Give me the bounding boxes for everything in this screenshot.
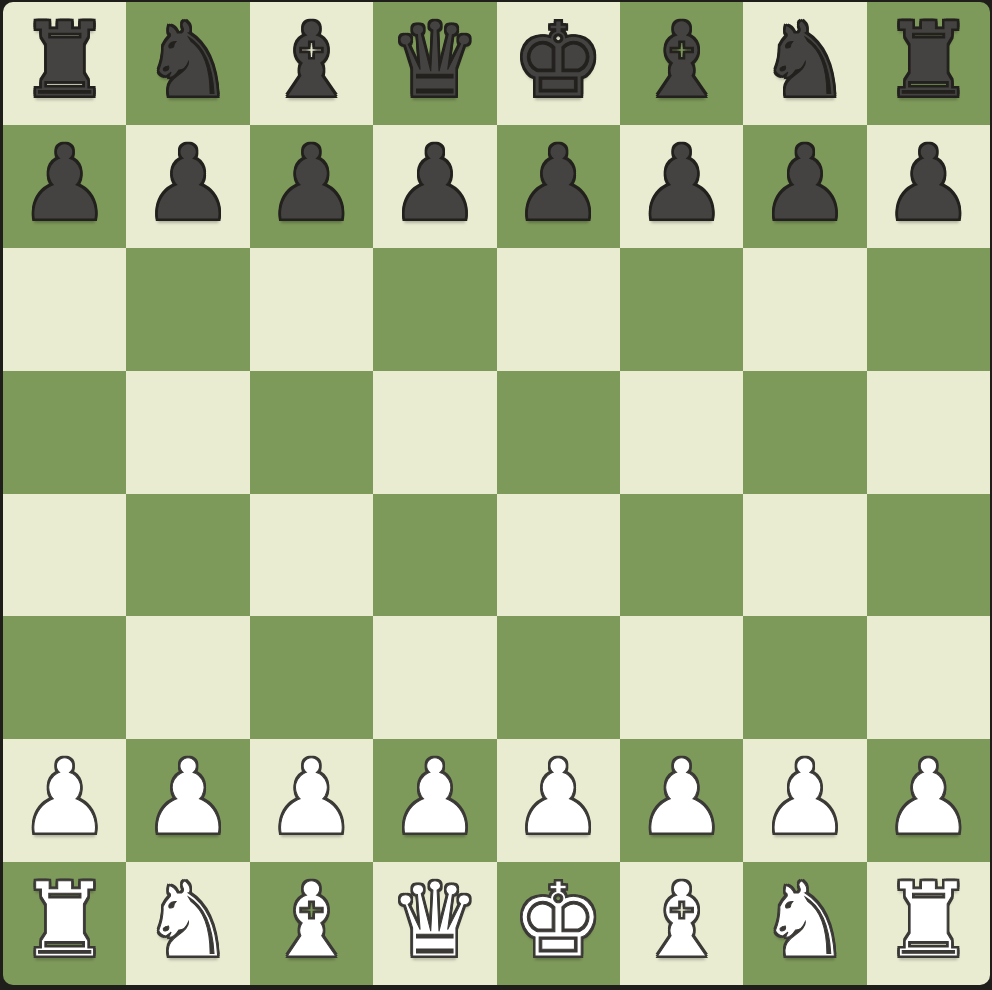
white-pawn[interactable]: ♟ xyxy=(512,746,604,849)
white-knight[interactable]: ♞ xyxy=(759,869,851,972)
square-f7[interactable]: ♟ xyxy=(620,125,743,248)
square-h7[interactable]: ♟ xyxy=(867,125,990,248)
black-pawn[interactable]: ♟ xyxy=(19,132,111,235)
square-e5[interactable] xyxy=(497,371,620,494)
square-g5[interactable] xyxy=(743,371,866,494)
chess-board: ♜♞♝♛♚♝♞♜♟♟♟♟♟♟♟♟♟♟♟♟♟♟♟♟♜♞♝♛♚♝♞♜ xyxy=(3,2,990,985)
square-d1[interactable]: ♛ xyxy=(373,862,496,985)
square-e6[interactable] xyxy=(497,248,620,371)
white-pawn[interactable]: ♟ xyxy=(142,746,234,849)
square-g6[interactable] xyxy=(743,248,866,371)
black-king[interactable]: ♚ xyxy=(512,9,604,112)
black-pawn[interactable]: ♟ xyxy=(635,132,727,235)
black-pawn[interactable]: ♟ xyxy=(882,132,974,235)
square-a5[interactable] xyxy=(3,371,126,494)
square-f2[interactable]: ♟ xyxy=(620,739,743,862)
square-b3[interactable] xyxy=(126,616,249,739)
white-pawn[interactable]: ♟ xyxy=(389,746,481,849)
white-knight[interactable]: ♞ xyxy=(142,869,234,972)
white-pawn[interactable]: ♟ xyxy=(882,746,974,849)
square-c4[interactable] xyxy=(250,494,373,617)
square-g8[interactable]: ♞ xyxy=(743,2,866,125)
square-d6[interactable] xyxy=(373,248,496,371)
square-h2[interactable]: ♟ xyxy=(867,739,990,862)
square-e1[interactable]: ♚ xyxy=(497,862,620,985)
square-e3[interactable] xyxy=(497,616,620,739)
square-d4[interactable] xyxy=(373,494,496,617)
square-f1[interactable]: ♝ xyxy=(620,862,743,985)
square-e4[interactable] xyxy=(497,494,620,617)
square-a7[interactable]: ♟ xyxy=(3,125,126,248)
square-h3[interactable] xyxy=(867,616,990,739)
square-b2[interactable]: ♟ xyxy=(126,739,249,862)
white-pawn[interactable]: ♟ xyxy=(759,746,851,849)
black-bishop[interactable]: ♝ xyxy=(265,9,357,112)
square-f3[interactable] xyxy=(620,616,743,739)
square-d7[interactable]: ♟ xyxy=(373,125,496,248)
square-c2[interactable]: ♟ xyxy=(250,739,373,862)
white-bishop[interactable]: ♝ xyxy=(635,869,727,972)
white-pawn[interactable]: ♟ xyxy=(265,746,357,849)
square-c7[interactable]: ♟ xyxy=(250,125,373,248)
white-rook[interactable]: ♜ xyxy=(19,869,111,972)
chess-app-stage: ♜♞♝♛♚♝♞♜♟♟♟♟♟♟♟♟♟♟♟♟♟♟♟♟♜♞♝♛♚♝♞♜ xyxy=(0,0,992,990)
square-g1[interactable]: ♞ xyxy=(743,862,866,985)
square-c3[interactable] xyxy=(250,616,373,739)
square-a3[interactable] xyxy=(3,616,126,739)
square-g7[interactable]: ♟ xyxy=(743,125,866,248)
square-e2[interactable]: ♟ xyxy=(497,739,620,862)
square-c5[interactable] xyxy=(250,371,373,494)
square-b7[interactable]: ♟ xyxy=(126,125,249,248)
square-a8[interactable]: ♜ xyxy=(3,2,126,125)
square-a4[interactable] xyxy=(3,494,126,617)
square-h6[interactable] xyxy=(867,248,990,371)
black-bishop[interactable]: ♝ xyxy=(635,9,727,112)
white-king[interactable]: ♚ xyxy=(512,869,604,972)
black-pawn[interactable]: ♟ xyxy=(389,132,481,235)
white-pawn[interactable]: ♟ xyxy=(635,746,727,849)
black-pawn[interactable]: ♟ xyxy=(759,132,851,235)
black-rook[interactable]: ♜ xyxy=(882,9,974,112)
black-knight[interactable]: ♞ xyxy=(759,9,851,112)
black-queen[interactable]: ♛ xyxy=(389,9,481,112)
square-h8[interactable]: ♜ xyxy=(867,2,990,125)
square-d8[interactable]: ♛ xyxy=(373,2,496,125)
square-d5[interactable] xyxy=(373,371,496,494)
white-rook[interactable]: ♜ xyxy=(882,869,974,972)
square-a6[interactable] xyxy=(3,248,126,371)
square-f4[interactable] xyxy=(620,494,743,617)
square-b8[interactable]: ♞ xyxy=(126,2,249,125)
square-f5[interactable] xyxy=(620,371,743,494)
black-knight[interactable]: ♞ xyxy=(142,9,234,112)
square-b6[interactable] xyxy=(126,248,249,371)
square-c1[interactable]: ♝ xyxy=(250,862,373,985)
square-c8[interactable]: ♝ xyxy=(250,2,373,125)
black-rook[interactable]: ♜ xyxy=(19,9,111,112)
square-d2[interactable]: ♟ xyxy=(373,739,496,862)
square-f8[interactable]: ♝ xyxy=(620,2,743,125)
black-pawn[interactable]: ♟ xyxy=(512,132,604,235)
square-g4[interactable] xyxy=(743,494,866,617)
square-c6[interactable] xyxy=(250,248,373,371)
square-d3[interactable] xyxy=(373,616,496,739)
square-a2[interactable]: ♟ xyxy=(3,739,126,862)
square-g2[interactable]: ♟ xyxy=(743,739,866,862)
square-h4[interactable] xyxy=(867,494,990,617)
square-b5[interactable] xyxy=(126,371,249,494)
white-queen[interactable]: ♛ xyxy=(389,869,481,972)
square-b4[interactable] xyxy=(126,494,249,617)
square-g3[interactable] xyxy=(743,616,866,739)
square-b1[interactable]: ♞ xyxy=(126,862,249,985)
square-h1[interactable]: ♜ xyxy=(867,862,990,985)
black-pawn[interactable]: ♟ xyxy=(142,132,234,235)
square-f6[interactable] xyxy=(620,248,743,371)
square-a1[interactable]: ♜ xyxy=(3,862,126,985)
square-e8[interactable]: ♚ xyxy=(497,2,620,125)
square-h5[interactable] xyxy=(867,371,990,494)
black-pawn[interactable]: ♟ xyxy=(265,132,357,235)
white-pawn[interactable]: ♟ xyxy=(19,746,111,849)
square-e7[interactable]: ♟ xyxy=(497,125,620,248)
white-bishop[interactable]: ♝ xyxy=(265,869,357,972)
